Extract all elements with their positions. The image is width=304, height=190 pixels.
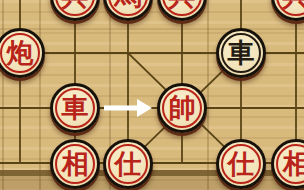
move-arrow-head <box>137 99 152 117</box>
move-arrow <box>0 0 304 190</box>
annotation-layer <box>0 0 304 190</box>
xiangqi-board: 兵馬兵兵炮車車帥相仕仕相 <box>0 0 304 190</box>
